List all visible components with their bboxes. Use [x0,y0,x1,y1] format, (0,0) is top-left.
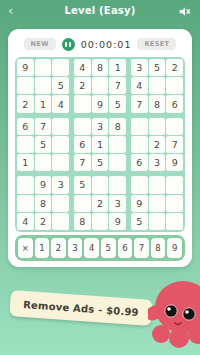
sudoku-cell[interactable]: 9 [17,59,34,76]
sudoku-cell[interactable] [109,136,126,153]
sudoku-cell[interactable] [52,213,69,230]
sudoku-cell[interactable] [109,176,126,193]
sound-muted-icon[interactable] [178,5,191,18]
page-title: Level (Easy) [0,5,200,16]
new-game-button[interactable]: NEW [24,38,56,51]
sudoku-cell[interactable] [166,195,183,212]
reset-button[interactable]: RESET [137,38,176,51]
sudoku-cell[interactable]: 1 [92,136,109,153]
sudoku-cell[interactable]: 8 [35,195,52,212]
sudoku-cell[interactable] [17,77,34,94]
sudoku-cell[interactable]: 2 [74,77,91,94]
sudoku-cell[interactable]: 7 [166,136,183,153]
sudoku-cell[interactable]: 5 [131,213,148,230]
sudoku-cell[interactable] [166,176,183,193]
sudoku-cell[interactable] [17,176,34,193]
sudoku-cell[interactable]: 2 [17,95,34,112]
sudoku-cell[interactable]: 6 [17,118,34,135]
sudoku-cell[interactable]: 3 [109,195,126,212]
app-screen: ‹ Level (Easy) NEW 00:00:01 RESET 948135… [0,0,200,355]
sudoku-cell[interactable]: 7 [131,95,148,112]
pause-icon [65,42,67,47]
sudoku-cell[interactable] [52,195,69,212]
sudoku-cell[interactable] [74,95,91,112]
sudoku-cell[interactable] [149,118,166,135]
sudoku-cell[interactable] [149,176,166,193]
sudoku-cell[interactable]: 1 [35,95,52,112]
sudoku-cell[interactable] [149,213,166,230]
sudoku-cell[interactable] [166,77,183,94]
sudoku-cell[interactable] [35,77,52,94]
sudoku-grid: 9481352527421495786673856127175639935823… [15,57,185,232]
sudoku-cell[interactable]: 4 [17,213,34,230]
sudoku-cell[interactable] [149,195,166,212]
sudoku-cell[interactable]: 4 [74,59,91,76]
sudoku-cell[interactable] [92,77,109,94]
sudoku-cell[interactable]: 5 [149,59,166,76]
numpad-key[interactable]: 8 [151,238,166,258]
sudoku-cell[interactable]: 1 [17,154,34,171]
numpad-key[interactable]: 1 [35,238,50,258]
sudoku-cell[interactable]: 9 [166,154,183,171]
sudoku-cell[interactable] [131,176,148,193]
sudoku-cell[interactable] [92,176,109,193]
sudoku-cell[interactable]: 8 [109,118,126,135]
sudoku-cell[interactable]: 2 [35,213,52,230]
sudoku-cell[interactable] [52,59,69,76]
sudoku-cell[interactable]: 6 [74,136,91,153]
sudoku-cell[interactable]: 4 [52,95,69,112]
sudoku-cell[interactable]: 5 [74,176,91,193]
sudoku-cell[interactable] [17,195,34,212]
sudoku-cell[interactable]: 3 [52,176,69,193]
sudoku-cell[interactable]: 3 [131,59,148,76]
sudoku-cell[interactable] [35,154,52,171]
sudoku-cell[interactable]: 8 [92,59,109,76]
sudoku-cell[interactable]: 8 [149,95,166,112]
sudoku-cell[interactable] [74,118,91,135]
sudoku-cell[interactable]: 3 [149,154,166,171]
erase-key[interactable]: × [18,238,33,258]
sudoku-cell[interactable]: 8 [74,213,91,230]
sudoku-cell[interactable] [52,118,69,135]
sudoku-cell[interactable] [131,118,148,135]
numpad-key[interactable]: 6 [118,238,133,258]
sudoku-cell[interactable] [74,195,91,212]
sudoku-cell[interactable]: 5 [52,77,69,94]
sudoku-cell[interactable] [149,77,166,94]
sudoku-cell[interactable]: 5 [92,154,109,171]
numpad-key[interactable]: 3 [68,238,83,258]
sudoku-cell[interactable]: 1 [109,59,126,76]
timer: 00:00:01 [81,39,132,50]
remove-ads-banner[interactable]: Remove Ads - $0.99 [9,290,152,326]
game-card: NEW 00:00:01 RESET 948135252742149578667… [8,29,192,267]
sudoku-cell[interactable]: 7 [35,118,52,135]
header: ‹ Level (Easy) [0,0,200,24]
sudoku-cell[interactable]: 9 [35,176,52,193]
octopus-mascot [148,281,200,351]
numpad-key[interactable]: 4 [84,238,99,258]
sudoku-cell[interactable] [131,136,148,153]
sudoku-cell[interactable]: 3 [92,118,109,135]
sudoku-cell[interactable]: 2 [166,59,183,76]
sudoku-cell[interactable]: 2 [149,136,166,153]
sudoku-cell[interactable]: 5 [109,95,126,112]
sudoku-cell[interactable]: 2 [92,195,109,212]
numpad: ×123456789 [15,235,185,261]
sudoku-cell[interactable]: 7 [109,77,126,94]
sudoku-cell[interactable] [92,213,109,230]
sudoku-cell[interactable]: 6 [131,154,148,171]
pause-icon [69,42,71,47]
sudoku-cell[interactable]: 5 [35,136,52,153]
sudoku-cell[interactable]: 4 [131,77,148,94]
toolbar: NEW 00:00:01 RESET [8,29,192,52]
sudoku-cell[interactable] [109,154,126,171]
sudoku-cell[interactable]: 9 [109,213,126,230]
numpad-key[interactable]: 7 [134,238,149,258]
numpad-key[interactable]: 5 [101,238,116,258]
sudoku-cell[interactable]: 6 [166,95,183,112]
sudoku-cell[interactable]: 9 [131,195,148,212]
sudoku-cell[interactable] [52,136,69,153]
sudoku-cell[interactable]: 9 [92,95,109,112]
numpad-key[interactable]: 9 [167,238,182,258]
sudoku-cell[interactable] [166,213,183,230]
sudoku-cell[interactable] [35,59,52,76]
sudoku-cell[interactable] [17,136,34,153]
numpad-key[interactable]: 2 [51,238,66,258]
sudoku-cell[interactable]: 7 [74,154,91,171]
sudoku-cell[interactable] [52,154,69,171]
pause-button[interactable] [62,38,75,51]
sudoku-cell[interactable] [166,118,183,135]
